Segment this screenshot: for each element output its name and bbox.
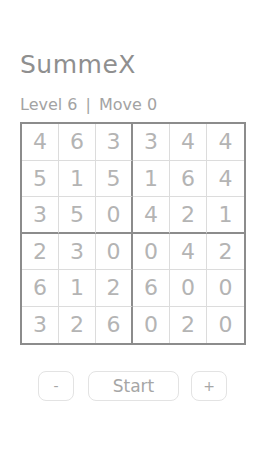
grid-cell[interactable]: 3 xyxy=(22,307,59,344)
grid-cell[interactable]: 4 xyxy=(170,234,207,271)
grid-cell[interactable]: 6 xyxy=(22,270,59,307)
grid-cell[interactable]: 6 xyxy=(170,161,207,198)
level-label: Level 6 xyxy=(20,95,78,114)
level-minus-button[interactable]: - xyxy=(38,371,74,401)
grid-cell[interactable]: 0 xyxy=(207,307,244,344)
grid-cell[interactable]: 5 xyxy=(22,161,59,198)
status-separator: | xyxy=(86,95,91,114)
grid-cell[interactable]: 4 xyxy=(133,197,170,234)
grid-cell[interactable]: 2 xyxy=(59,307,96,344)
status-bar: Level 6 | Move 0 xyxy=(20,95,157,114)
grid-cell[interactable]: 1 xyxy=(207,197,244,234)
grid-cell[interactable]: 2 xyxy=(170,197,207,234)
grid-cell[interactable]: 0 xyxy=(133,234,170,271)
grid-cell[interactable]: 1 xyxy=(59,161,96,198)
board: 463344515164350421230042612600326020 xyxy=(20,122,246,345)
grid-cell[interactable]: 3 xyxy=(59,234,96,271)
grid-cell[interactable]: 0 xyxy=(133,307,170,344)
grid-cell[interactable]: 1 xyxy=(133,161,170,198)
grid-cell[interactable]: 0 xyxy=(96,197,133,234)
grid-cell[interactable]: 0 xyxy=(96,234,133,271)
app-screen: SummeX Level 6 | Move 0 4633445151643504… xyxy=(0,0,265,471)
grid-cell[interactable]: 2 xyxy=(170,307,207,344)
grid-cell[interactable]: 2 xyxy=(96,270,133,307)
grid-cell[interactable]: 6 xyxy=(59,124,96,161)
grid-cell[interactable]: 3 xyxy=(133,124,170,161)
grid-cell[interactable]: 2 xyxy=(22,234,59,271)
grid-cell[interactable]: 6 xyxy=(96,307,133,344)
grid-cell[interactable]: 5 xyxy=(59,197,96,234)
grid-cell[interactable]: 3 xyxy=(22,197,59,234)
grid-cell[interactable]: 4 xyxy=(207,124,244,161)
grid-cell[interactable]: 4 xyxy=(207,161,244,198)
grid-cell[interactable]: 3 xyxy=(96,124,133,161)
start-button[interactable]: Start xyxy=(88,371,179,401)
grid-cell[interactable]: 0 xyxy=(170,270,207,307)
grid-cell[interactable]: 4 xyxy=(22,124,59,161)
grid-cell[interactable]: 1 xyxy=(59,270,96,307)
page-title: SummeX xyxy=(20,50,136,79)
level-plus-button[interactable]: + xyxy=(191,371,227,401)
grid-cell[interactable]: 4 xyxy=(170,124,207,161)
controls-bar: - Start + xyxy=(38,371,227,401)
grid-cell[interactable]: 6 xyxy=(133,270,170,307)
grid-cell[interactable]: 2 xyxy=(207,234,244,271)
grid-cell[interactable]: 5 xyxy=(96,161,133,198)
move-counter: Move 0 xyxy=(99,95,157,114)
grid-cell[interactable]: 0 xyxy=(207,270,244,307)
